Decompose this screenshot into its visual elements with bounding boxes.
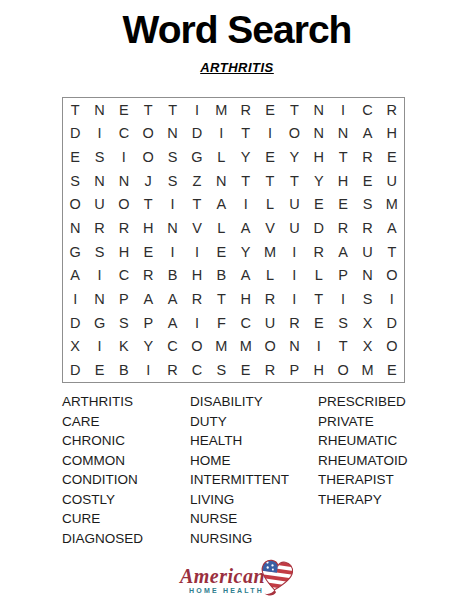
grid-cell-r10c1: D [63, 311, 87, 335]
word-list: ARTHRITISCARECHRONICCOMMONCONDITIONCOSTL… [62, 392, 446, 548]
grid-cell-r8c9: L [258, 264, 282, 288]
word-list-item: CURE [62, 509, 190, 529]
grid-cell-r2c10: O [282, 122, 306, 146]
grid-cell-r2c4: O [136, 122, 160, 146]
grid-cell-r4c11: Y [307, 169, 331, 193]
grid-cell-r5c7: A [209, 193, 233, 217]
grid-cell-r12c14: E [380, 358, 404, 382]
grid-cell-r7c8: Y [234, 240, 258, 264]
grid-cell-r10c8: C [234, 311, 258, 335]
grid-cell-r2c12: N [331, 122, 355, 146]
grid-cell-r2c6: D [185, 122, 209, 146]
word-list-item: COSTLY [62, 490, 190, 510]
grid-cell-r10c13: X [355, 311, 379, 335]
grid-cell-r1c12: I [331, 98, 355, 122]
grid-cell-r1c7: M [209, 98, 233, 122]
grid-cell-r6c5: N [160, 216, 184, 240]
grid-cell-r11c11: I [307, 335, 331, 359]
grid-cell-r10c7: F [209, 311, 233, 335]
grid-cell-r9c14: I [380, 287, 404, 311]
grid-cell-r10c10: R [282, 311, 306, 335]
worksheet-page: Word Search ARTHRITIS TNETTIMRETNICRDICO… [0, 0, 474, 613]
grid-cell-r1c11: N [307, 98, 331, 122]
grid-cell-r11c12: T [331, 335, 355, 359]
word-list-item: HOME [190, 451, 318, 471]
word-list-item: LIVING [190, 490, 318, 510]
grid-cell-r6c13: R [355, 216, 379, 240]
grid-cell-r1c5: T [160, 98, 184, 122]
grid-cell-r11c8: M [234, 335, 258, 359]
grid-cell-r3c1: E [63, 145, 87, 169]
word-list-item: NURSE [190, 509, 318, 529]
grid-cell-r2c9: I [258, 122, 282, 146]
grid-cell-r6c1: N [63, 216, 87, 240]
grid-cell-r10c2: G [87, 311, 111, 335]
grid-cell-r11c13: X [355, 335, 379, 359]
grid-cell-r4c1: S [63, 169, 87, 193]
grid-cell-r8c6: H [185, 264, 209, 288]
logo-brand-wordmark: American [180, 566, 265, 586]
grid-cell-r3c2: S [87, 145, 111, 169]
grid-cell-r2c1: D [63, 122, 87, 146]
grid-cell-r9c12: I [331, 287, 355, 311]
grid-cell-r9c11: T [307, 287, 331, 311]
grid-cell-r9c9: R [258, 287, 282, 311]
grid-cell-r2c14: H [380, 122, 404, 146]
grid-cell-r7c6: I [185, 240, 209, 264]
grid-cell-r6c14: A [380, 216, 404, 240]
grid-cell-r3c4: O [136, 145, 160, 169]
grid-cell-r5c13: S [355, 193, 379, 217]
grid-cell-r10c12: S [331, 311, 355, 335]
grid-cell-r12c13: M [355, 358, 379, 382]
grid-cell-r3c13: R [355, 145, 379, 169]
grid-cell-r9c6: R [185, 287, 209, 311]
grid-cell-r1c8: R [234, 98, 258, 122]
word-list-item: RHEUMATIC [318, 431, 446, 451]
grid-cell-r11c6: O [185, 335, 209, 359]
grid-cell-r6c9: V [258, 216, 282, 240]
grid-cell-r5c4: T [136, 193, 160, 217]
grid-cell-r5c10: U [282, 193, 306, 217]
grid-cell-r5c11: E [307, 193, 331, 217]
puzzle-subtitle: ARTHRITIS [0, 60, 474, 75]
word-list-item: PRESCRIBED [318, 392, 446, 412]
grid-cell-r9c8: H [234, 287, 258, 311]
grid-cell-r10c9: U [258, 311, 282, 335]
grid-cell-r4c9: T [258, 169, 282, 193]
grid-cell-r1c1: T [63, 98, 87, 122]
grid-cell-r8c8: A [234, 264, 258, 288]
grid-cell-r11c7: M [209, 335, 233, 359]
grid-cell-r8c13: N [355, 264, 379, 288]
grid-cell-r2c7: I [209, 122, 233, 146]
grid-cell-r7c14: T [380, 240, 404, 264]
grid-cell-r4c8: T [234, 169, 258, 193]
grid-cell-r12c11: H [307, 358, 331, 382]
grid-cell-r8c12: P [331, 264, 355, 288]
grid-cell-r8c1: A [63, 264, 87, 288]
grid-cell-r6c6: V [185, 216, 209, 240]
grid-cell-r1c10: T [282, 98, 306, 122]
grid-cell-r2c11: N [307, 122, 331, 146]
grid-cell-r9c1: I [63, 287, 87, 311]
grid-cell-r11c9: O [258, 335, 282, 359]
grid-cell-r11c3: K [112, 335, 136, 359]
grid-cell-r4c13: E [355, 169, 379, 193]
grid-cell-r12c7: S [209, 358, 233, 382]
grid-cell-r10c14: D [380, 311, 404, 335]
word-list-item: CARE [62, 412, 190, 432]
grid-cell-r3c12: T [331, 145, 355, 169]
grid-cell-r12c12: O [331, 358, 355, 382]
grid-cell-r4c6: Z [185, 169, 209, 193]
grid-cell-r4c7: N [209, 169, 233, 193]
grid-cell-r12c3: B [112, 358, 136, 382]
grid-cell-r1c14: R [380, 98, 404, 122]
grid-cell-r12c4: I [136, 358, 160, 382]
word-list-column-3: PRESCRIBEDPRIVATERHEUMATICRHEUMATOIDTHER… [318, 392, 446, 548]
grid-cell-r10c4: P [136, 311, 160, 335]
grid-cell-r9c10: I [282, 287, 306, 311]
grid-cell-r5c2: U [87, 193, 111, 217]
grid-cell-r12c6: C [185, 358, 209, 382]
grid-cell-r9c13: S [355, 287, 379, 311]
grid-cell-r2c8: T [234, 122, 258, 146]
word-list-item: CHRONIC [62, 431, 190, 451]
grid-cell-r3c6: G [185, 145, 209, 169]
grid-cell-r4c5: S [160, 169, 184, 193]
grid-cell-r3c10: Y [282, 145, 306, 169]
grid-cell-r10c6: I [185, 311, 209, 335]
grid-cell-r7c1: G [63, 240, 87, 264]
grid-cell-r12c2: E [87, 358, 111, 382]
grid-cell-r10c5: A [160, 311, 184, 335]
grid-cell-r7c10: I [282, 240, 306, 264]
grid-cell-r1c6: I [185, 98, 209, 122]
grid-cell-r12c8: E [234, 358, 258, 382]
word-list-column-1: ARTHRITISCARECHRONICCOMMONCONDITIONCOSTL… [62, 392, 190, 548]
grid-cell-r10c3: S [112, 311, 136, 335]
grid-cell-r7c7: E [209, 240, 233, 264]
grid-cell-r8c4: R [136, 264, 160, 288]
grid-cell-r7c3: H [112, 240, 136, 264]
word-list-item: CONDITION [62, 470, 190, 490]
word-list-item: DISABILITY [190, 392, 318, 412]
grid-cell-r3c9: E [258, 145, 282, 169]
word-list-item: DUTY [190, 412, 318, 432]
grid-cell-r11c2: I [87, 335, 111, 359]
word-list-item: THERAPY [318, 490, 446, 510]
grid-cell-r12c1: D [63, 358, 87, 382]
grid-cell-r6c8: A [234, 216, 258, 240]
grid-cell-r4c3: N [112, 169, 136, 193]
word-list-column-2: DISABILITYDUTYHEALTHHOMEINTERMITTENTLIVI… [190, 392, 318, 548]
word-list-item: ARTHRITIS [62, 392, 190, 412]
grid-cell-r2c2: I [87, 122, 111, 146]
grid-cell-r11c4: Y [136, 335, 160, 359]
grid-cell-r9c5: A [160, 287, 184, 311]
grid-cell-r3c3: I [112, 145, 136, 169]
grid-cell-r5c8: I [234, 193, 258, 217]
grid-cell-r11c5: C [160, 335, 184, 359]
grid-cell-r6c12: R [331, 216, 355, 240]
grid-cell-r3c8: Y [234, 145, 258, 169]
flag-heart-icon [255, 556, 297, 605]
grid-cell-r6c2: R [87, 216, 111, 240]
grid-cell-r8c5: B [160, 264, 184, 288]
grid-cell-r8c2: I [87, 264, 111, 288]
grid-cell-r5c5: I [160, 193, 184, 217]
grid-cell-r8c10: I [282, 264, 306, 288]
grid-cell-r10c11: E [307, 311, 331, 335]
grid-cell-r2c5: N [160, 122, 184, 146]
grid-cell-r12c10: P [282, 358, 306, 382]
grid-cell-r6c4: H [136, 216, 160, 240]
word-list-item: HEALTH [190, 431, 318, 451]
grid-cell-r7c11: R [307, 240, 331, 264]
grid-cell-r1c2: N [87, 98, 111, 122]
grid-cell-r9c2: N [87, 287, 111, 311]
logo-text-block: American HOME HEALTH [180, 558, 265, 595]
grid-cell-r5c1: O [63, 193, 87, 217]
grid-cell-r6c10: U [282, 216, 306, 240]
grid-cell-r7c12: A [331, 240, 355, 264]
word-list-item: THERAPIST [318, 470, 446, 490]
grid-cell-r7c5: I [160, 240, 184, 264]
page-title: Word Search [0, 8, 474, 52]
grid-cell-r4c4: J [136, 169, 160, 193]
grid-cell-r9c7: T [209, 287, 233, 311]
word-list-item: DIAGNOSED [62, 529, 190, 549]
letter-grid: TNETTIMRETNICRDICONDITIONNAHESIOSGLYEYHT… [62, 97, 405, 383]
grid-cell-r5c6: T [185, 193, 209, 217]
logo-tagline: HOME HEALTH [189, 586, 265, 595]
grid-cell-r9c4: A [136, 287, 160, 311]
grid-cell-r7c13: U [355, 240, 379, 264]
grid-cell-r4c2: N [87, 169, 111, 193]
grid-cell-r5c12: E [331, 193, 355, 217]
grid-cell-r7c2: S [87, 240, 111, 264]
grid-cell-r12c5: R [160, 358, 184, 382]
word-list-item: COMMON [62, 451, 190, 471]
grid-cell-r4c12: H [331, 169, 355, 193]
grid-cell-r1c13: C [355, 98, 379, 122]
grid-cell-r8c3: C [112, 264, 136, 288]
grid-cell-r1c4: T [136, 98, 160, 122]
grid-cell-r2c3: C [112, 122, 136, 146]
grid-cell-r3c7: L [209, 145, 233, 169]
grid-cell-r3c14: E [380, 145, 404, 169]
word-list-item: NURSING [190, 529, 318, 549]
grid-cell-r1c9: E [258, 98, 282, 122]
grid-cell-r8c11: L [307, 264, 331, 288]
grid-cell-r6c7: L [209, 216, 233, 240]
grid-cell-r12c9: R [258, 358, 282, 382]
grid-cell-r6c3: R [112, 216, 136, 240]
word-list-item: RHEUMATOID [318, 451, 446, 471]
grid-cell-r5c14: M [380, 193, 404, 217]
grid-cell-r5c3: O [112, 193, 136, 217]
grid-cell-r8c7: B [209, 264, 233, 288]
grid-cell-r11c1: X [63, 335, 87, 359]
grid-cell-r9c3: P [112, 287, 136, 311]
grid-cell-r7c9: M [258, 240, 282, 264]
american-home-health-logo: American HOME HEALTH [180, 558, 294, 602]
grid-cell-r8c14: O [380, 264, 404, 288]
grid-cell-r11c10: N [282, 335, 306, 359]
grid-cell-r2c13: A [355, 122, 379, 146]
grid-cell-r4c14: U [380, 169, 404, 193]
grid-cell-r1c3: E [112, 98, 136, 122]
grid-cell-r11c14: O [380, 335, 404, 359]
word-list-item: INTERMITTENT [190, 470, 318, 490]
grid-cell-r3c5: S [160, 145, 184, 169]
grid-cell-r6c11: D [307, 216, 331, 240]
word-list-item: PRIVATE [318, 412, 446, 432]
grid-cell-r7c4: E [136, 240, 160, 264]
grid-cell-r5c9: L [258, 193, 282, 217]
grid-cell-r3c11: H [307, 145, 331, 169]
grid-cell-r4c10: T [282, 169, 306, 193]
